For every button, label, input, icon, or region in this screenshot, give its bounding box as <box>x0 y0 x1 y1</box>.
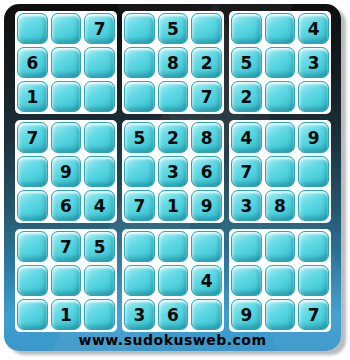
cell-r9c9[interactable]: 7 <box>298 299 329 330</box>
sudoku-box-2: 5827 <box>122 11 224 114</box>
sudoku-box-8: 436 <box>122 229 224 332</box>
cell-r7c9[interactable] <box>298 231 329 262</box>
cell-r2c7[interactable]: 5 <box>231 47 262 78</box>
cell-r3c6[interactable]: 7 <box>191 81 222 112</box>
cell-r5c1[interactable] <box>17 156 48 187</box>
cell-r3c1[interactable]: 1 <box>17 81 48 112</box>
sudoku-box-7: 751 <box>15 229 117 332</box>
cell-r6c5[interactable]: 1 <box>158 190 189 221</box>
cell-r1c6[interactable] <box>191 13 222 44</box>
cell-r9c4[interactable]: 3 <box>124 299 155 330</box>
cell-r4c9[interactable]: 9 <box>298 122 329 153</box>
sudoku-box-5: 52836719 <box>122 120 224 223</box>
cell-r5c4[interactable] <box>124 156 155 187</box>
cell-r4c8[interactable] <box>265 122 296 153</box>
cell-r3c5[interactable] <box>158 81 189 112</box>
cell-r2c1[interactable]: 6 <box>17 47 48 78</box>
cell-r3c7[interactable]: 2 <box>231 81 262 112</box>
cell-r9c7[interactable]: 9 <box>231 299 262 330</box>
cell-r2c9[interactable]: 3 <box>298 47 329 78</box>
cell-r1c1[interactable] <box>17 13 48 44</box>
cell-r3c3[interactable] <box>84 81 115 112</box>
cell-r6c8[interactable]: 8 <box>265 190 296 221</box>
cell-r4c6[interactable]: 8 <box>191 122 222 153</box>
cell-r9c1[interactable] <box>17 299 48 330</box>
cell-r2c5[interactable]: 8 <box>158 47 189 78</box>
cell-r8c1[interactable] <box>17 265 48 296</box>
cell-r8c2[interactable] <box>51 265 82 296</box>
sudoku-box-3: 4532 <box>229 11 331 114</box>
cell-r3c2[interactable] <box>51 81 82 112</box>
cell-r1c3[interactable]: 7 <box>84 13 115 44</box>
cell-r4c3[interactable] <box>84 122 115 153</box>
cell-r1c7[interactable] <box>231 13 262 44</box>
cell-r4c4[interactable]: 5 <box>124 122 155 153</box>
cell-r5c5[interactable]: 3 <box>158 156 189 187</box>
cell-r8c7[interactable] <box>231 265 262 296</box>
cell-r5c2[interactable]: 9 <box>51 156 82 187</box>
cell-r4c1[interactable]: 7 <box>17 122 48 153</box>
cell-r9c6[interactable] <box>191 299 222 330</box>
cell-r7c8[interactable] <box>265 231 296 262</box>
cell-r6c2[interactable]: 6 <box>51 190 82 221</box>
cell-r8c3[interactable] <box>84 265 115 296</box>
sudoku-box-1: 761 <box>15 11 117 114</box>
sudoku-box-6: 49738 <box>229 120 331 223</box>
sudoku-board: 761582745327964528367194973875143697 www… <box>4 4 341 351</box>
cell-r2c4[interactable] <box>124 47 155 78</box>
cell-r6c9[interactable] <box>298 190 329 221</box>
cell-r6c3[interactable]: 4 <box>84 190 115 221</box>
cell-r6c1[interactable] <box>17 190 48 221</box>
cell-r1c4[interactable] <box>124 13 155 44</box>
cell-r4c5[interactable]: 2 <box>158 122 189 153</box>
site-watermark: www.sudokusweb.com <box>4 331 341 349</box>
cell-r9c5[interactable]: 6 <box>158 299 189 330</box>
cell-r6c7[interactable]: 3 <box>231 190 262 221</box>
cell-r9c8[interactable] <box>265 299 296 330</box>
cell-r7c3[interactable]: 5 <box>84 231 115 262</box>
cell-r5c9[interactable] <box>298 156 329 187</box>
cell-r4c7[interactable]: 4 <box>231 122 262 153</box>
cell-r2c6[interactable]: 2 <box>191 47 222 78</box>
cell-r2c2[interactable] <box>51 47 82 78</box>
cell-r1c9[interactable]: 4 <box>298 13 329 44</box>
cell-r7c4[interactable] <box>124 231 155 262</box>
cell-r3c9[interactable] <box>298 81 329 112</box>
cell-r1c5[interactable]: 5 <box>158 13 189 44</box>
sudoku-grid: 761582745327964528367194973875143697 <box>15 11 331 332</box>
cell-r9c3[interactable] <box>84 299 115 330</box>
cell-r8c8[interactable] <box>265 265 296 296</box>
sudoku-box-9: 97 <box>229 229 331 332</box>
cell-r8c4[interactable] <box>124 265 155 296</box>
cell-r7c2[interactable]: 7 <box>51 231 82 262</box>
cell-r8c9[interactable] <box>298 265 329 296</box>
cell-r2c3[interactable] <box>84 47 115 78</box>
cell-r1c2[interactable] <box>51 13 82 44</box>
cell-r3c8[interactable] <box>265 81 296 112</box>
cell-r7c1[interactable] <box>17 231 48 262</box>
cell-r8c5[interactable] <box>158 265 189 296</box>
cell-r5c7[interactable]: 7 <box>231 156 262 187</box>
cell-r8c6[interactable]: 4 <box>191 265 222 296</box>
cell-r1c8[interactable] <box>265 13 296 44</box>
cell-r9c2[interactable]: 1 <box>51 299 82 330</box>
cell-r3c4[interactable] <box>124 81 155 112</box>
cell-r7c7[interactable] <box>231 231 262 262</box>
sudoku-box-4: 7964 <box>15 120 117 223</box>
page: 761582745327964528367194973875143697 www… <box>0 0 350 360</box>
cell-r7c6[interactable] <box>191 231 222 262</box>
cell-r5c8[interactable] <box>265 156 296 187</box>
cell-r6c4[interactable]: 7 <box>124 190 155 221</box>
cell-r5c6[interactable]: 6 <box>191 156 222 187</box>
cell-r7c5[interactable] <box>158 231 189 262</box>
cell-r4c2[interactable] <box>51 122 82 153</box>
cell-r2c8[interactable] <box>265 47 296 78</box>
cell-r6c6[interactable]: 9 <box>191 190 222 221</box>
cell-r5c3[interactable] <box>84 156 115 187</box>
